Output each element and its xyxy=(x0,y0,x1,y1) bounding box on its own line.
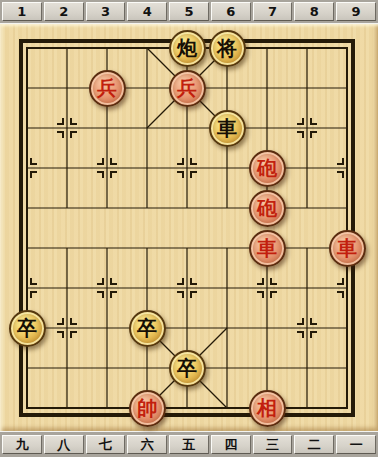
board-cell[interactable] xyxy=(47,268,87,308)
red-soldier-piece[interactable]: 兵 xyxy=(89,70,126,107)
bottom-coord-button[interactable]: 七 xyxy=(86,435,126,454)
board-cell[interactable] xyxy=(247,308,287,348)
board-cell[interactable] xyxy=(207,188,247,228)
board-cell[interactable]: 砲 xyxy=(247,188,287,228)
top-coord-bar: 123456789 xyxy=(0,0,378,24)
board-cell[interactable] xyxy=(87,188,127,228)
top-coord-button[interactable]: 6 xyxy=(211,2,251,21)
board-cell[interactable] xyxy=(47,68,87,108)
board-cell[interactable] xyxy=(47,348,87,388)
board-cell[interactable]: 車 xyxy=(207,108,247,148)
board-cell[interactable] xyxy=(7,28,47,68)
board-cell[interactable]: 卒 xyxy=(127,308,167,348)
board-cell[interactable]: 卒 xyxy=(167,348,207,388)
black-soldier-piece[interactable]: 卒 xyxy=(169,350,206,387)
board-cell[interactable] xyxy=(247,108,287,148)
bottom-coord-bar: 九八七六五四三二一 xyxy=(0,431,378,457)
red-soldier-piece[interactable]: 兵 xyxy=(169,70,206,107)
board-cell[interactable] xyxy=(287,388,327,428)
board-cell[interactable] xyxy=(207,228,247,268)
board-cell[interactable] xyxy=(7,148,47,188)
board-cell[interactable] xyxy=(287,68,327,108)
board-cell[interactable] xyxy=(167,228,207,268)
board-cell[interactable] xyxy=(327,388,367,428)
board-cell[interactable] xyxy=(127,228,167,268)
bottom-coord-button[interactable]: 二 xyxy=(294,435,334,454)
board-cell[interactable] xyxy=(87,388,127,428)
board-cell[interactable] xyxy=(327,348,367,388)
board-cell[interactable] xyxy=(167,148,207,188)
board-cell[interactable] xyxy=(167,108,207,148)
top-coord-button[interactable]: 5 xyxy=(169,2,209,21)
black-soldier-piece[interactable]: 卒 xyxy=(129,310,166,347)
board-cell[interactable] xyxy=(207,348,247,388)
board-cell[interactable] xyxy=(327,308,367,348)
top-coord-button[interactable]: 8 xyxy=(294,2,334,21)
xiangqi-app-window: 123456789 炮将兵兵車砲砲車車卒卒卒帥相 九八七六五四三二一 xyxy=(0,0,378,457)
board-cell[interactable] xyxy=(287,308,327,348)
top-coord-button[interactable]: 1 xyxy=(2,2,42,21)
board-cell[interactable]: 砲 xyxy=(247,148,287,188)
red-cannon-piece[interactable]: 砲 xyxy=(249,150,286,187)
board-cell[interactable] xyxy=(247,28,287,68)
board-cell[interactable] xyxy=(247,268,287,308)
board-cell[interactable] xyxy=(87,348,127,388)
board-cell[interactable] xyxy=(287,268,327,308)
board-cell[interactable] xyxy=(7,268,47,308)
board-cell[interactable] xyxy=(87,108,127,148)
board-cell[interactable]: 車 xyxy=(327,228,367,268)
board-cell[interactable] xyxy=(87,228,127,268)
board-cell[interactable] xyxy=(7,348,47,388)
bottom-coord-button[interactable]: 八 xyxy=(44,435,84,454)
board-cell[interactable] xyxy=(287,188,327,228)
board-cell[interactable] xyxy=(207,148,247,188)
board-cell[interactable] xyxy=(167,268,207,308)
board-cell[interactable] xyxy=(7,108,47,148)
red-chariot-piece[interactable]: 車 xyxy=(329,230,366,267)
board-cell[interactable] xyxy=(287,348,327,388)
board-cell[interactable] xyxy=(287,28,327,68)
board-cell[interactable] xyxy=(127,108,167,148)
bottom-coord-button[interactable]: 四 xyxy=(211,435,251,454)
board-cell[interactable] xyxy=(127,68,167,108)
board-cell[interactable] xyxy=(287,148,327,188)
board-cell[interactable] xyxy=(47,308,87,348)
board-cell[interactable] xyxy=(207,388,247,428)
board-cell[interactable] xyxy=(287,228,327,268)
board-cell[interactable]: 兵 xyxy=(87,68,127,108)
red-cannon-piece[interactable]: 砲 xyxy=(249,190,286,227)
black-cannon-piece[interactable]: 炮 xyxy=(169,30,206,67)
board-cell[interactable] xyxy=(127,348,167,388)
bottom-coord-button[interactable]: 一 xyxy=(336,435,376,454)
board-cell[interactable] xyxy=(47,28,87,68)
board-cell[interactable] xyxy=(327,188,367,228)
board-cell[interactable] xyxy=(7,68,47,108)
board-cell[interactable]: 車 xyxy=(247,228,287,268)
board-cell[interactable]: 相 xyxy=(247,388,287,428)
board-cell[interactable] xyxy=(47,108,87,148)
top-coord-button[interactable]: 7 xyxy=(253,2,293,21)
board-grid: 炮将兵兵車砲砲車車卒卒卒帥相 xyxy=(7,28,367,428)
board-cell[interactable] xyxy=(247,68,287,108)
board-cell[interactable] xyxy=(247,348,287,388)
board-cell[interactable] xyxy=(127,268,167,308)
bottom-coord-button[interactable]: 三 xyxy=(253,435,293,454)
board-cell[interactable] xyxy=(47,148,87,188)
board-cell[interactable] xyxy=(327,68,367,108)
board-cell[interactable] xyxy=(327,148,367,188)
board-cell[interactable] xyxy=(47,188,87,228)
top-coord-button[interactable]: 9 xyxy=(336,2,376,21)
board-cell[interactable] xyxy=(207,68,247,108)
red-chariot-piece[interactable]: 車 xyxy=(249,230,286,267)
board-cell[interactable] xyxy=(47,388,87,428)
board-cell[interactable] xyxy=(127,188,167,228)
black-chariot-piece[interactable]: 車 xyxy=(209,110,246,147)
board-cell[interactable] xyxy=(167,388,207,428)
board-cell[interactable] xyxy=(127,28,167,68)
board-cell[interactable]: 卒 xyxy=(7,308,47,348)
bottom-coord-button[interactable]: 六 xyxy=(127,435,167,454)
bottom-coord-button[interactable]: 五 xyxy=(169,435,209,454)
board-cell[interactable] xyxy=(7,388,47,428)
board-cell[interactable] xyxy=(87,28,127,68)
xiangqi-board: 炮将兵兵車砲砲車車卒卒卒帥相 xyxy=(0,24,378,431)
board-cell[interactable] xyxy=(327,268,367,308)
board-cell[interactable] xyxy=(7,188,47,228)
red-general-piece[interactable]: 帥 xyxy=(129,390,166,427)
board-cell[interactable]: 帥 xyxy=(127,388,167,428)
board-cell[interactable] xyxy=(167,308,207,348)
top-coord-button[interactable]: 4 xyxy=(127,2,167,21)
board-cell[interactable]: 兵 xyxy=(167,68,207,108)
board-cell[interactable] xyxy=(287,108,327,148)
board-cell[interactable] xyxy=(87,268,127,308)
board-cell[interactable]: 炮 xyxy=(167,28,207,68)
board-cell[interactable] xyxy=(327,28,367,68)
top-coord-button[interactable]: 3 xyxy=(86,2,126,21)
top-coord-button[interactable]: 2 xyxy=(44,2,84,21)
board-cell[interactable] xyxy=(87,148,127,188)
board-cell[interactable] xyxy=(207,308,247,348)
black-general-piece[interactable]: 将 xyxy=(209,30,246,67)
board-cell[interactable] xyxy=(207,268,247,308)
board-cell[interactable] xyxy=(127,148,167,188)
board-cell[interactable] xyxy=(87,308,127,348)
bottom-coord-button[interactable]: 九 xyxy=(2,435,42,454)
board-cell[interactable]: 将 xyxy=(207,28,247,68)
board-cell[interactable] xyxy=(7,228,47,268)
red-elephant-piece[interactable]: 相 xyxy=(249,390,286,427)
board-cell[interactable] xyxy=(47,228,87,268)
board-cell[interactable] xyxy=(167,188,207,228)
board-cell[interactable] xyxy=(327,108,367,148)
black-soldier-piece[interactable]: 卒 xyxy=(9,310,46,347)
